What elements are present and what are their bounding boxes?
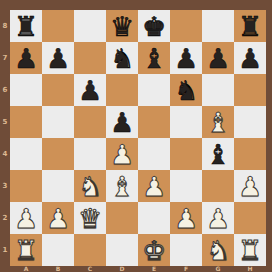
piece-black-knight[interactable]: ♞ [174, 77, 198, 104]
square-c2[interactable]: ♛ [74, 202, 106, 234]
rank-label-8: 8 [0, 10, 10, 42]
piece-black-pawn[interactable]: ♟ [174, 45, 198, 72]
rank-label-6: 6 [0, 74, 10, 106]
piece-black-pawn[interactable]: ♟ [238, 45, 262, 72]
square-e8[interactable]: ♚ [138, 10, 170, 42]
square-f6[interactable]: ♞ [170, 74, 202, 106]
square-h7[interactable]: ♟ [234, 42, 266, 74]
square-d1[interactable] [106, 234, 138, 266]
square-c5[interactable] [74, 106, 106, 138]
square-h8[interactable]: ♜ [234, 10, 266, 42]
square-e7[interactable]: ♝ [138, 42, 170, 74]
square-e5[interactable] [138, 106, 170, 138]
square-g5[interactable]: ♝ [202, 106, 234, 138]
square-h2[interactable] [234, 202, 266, 234]
chess-board: ♜♛♚♜♟♟♞♝♟♟♟♟♞♟♝♟♝♞♝♟♟♟♟♛♟♟♜♚♞♜ [10, 10, 266, 266]
piece-white-pawn[interactable]: ♟ [110, 141, 134, 168]
square-e6[interactable] [138, 74, 170, 106]
square-b1[interactable] [42, 234, 74, 266]
piece-black-bishop[interactable]: ♝ [206, 141, 230, 168]
piece-white-pawn[interactable]: ♟ [14, 205, 38, 232]
square-e3[interactable]: ♟ [138, 170, 170, 202]
rank-label-5: 5 [0, 106, 10, 138]
square-a4[interactable] [10, 138, 42, 170]
chess-board-frame: ♜♛♚♜♟♟♞♝♟♟♟♟♞♟♝♟♝♞♝♟♟♟♟♛♟♟♜♚♞♜ 87654321 … [0, 0, 272, 272]
file-label-h: H [234, 265, 266, 272]
piece-white-knight[interactable]: ♞ [78, 173, 102, 200]
piece-white-pawn[interactable]: ♟ [238, 173, 262, 200]
rank-label-3: 3 [0, 170, 10, 202]
piece-black-pawn[interactable]: ♟ [206, 45, 230, 72]
piece-white-pawn[interactable]: ♟ [174, 205, 198, 232]
square-h1[interactable]: ♜ [234, 234, 266, 266]
file-label-f: F [170, 265, 202, 272]
square-b8[interactable] [42, 10, 74, 42]
piece-white-bishop[interactable]: ♝ [110, 173, 134, 200]
rank-label-1: 1 [0, 234, 10, 266]
square-b2[interactable]: ♟ [42, 202, 74, 234]
square-g1[interactable]: ♞ [202, 234, 234, 266]
square-e2[interactable] [138, 202, 170, 234]
piece-white-rook[interactable]: ♜ [14, 237, 38, 264]
square-f3[interactable] [170, 170, 202, 202]
piece-white-pawn[interactable]: ♟ [206, 205, 230, 232]
square-b6[interactable] [42, 74, 74, 106]
square-d5[interactable]: ♟ [106, 106, 138, 138]
square-c8[interactable] [74, 10, 106, 42]
square-a1[interactable]: ♜ [10, 234, 42, 266]
square-g8[interactable] [202, 10, 234, 42]
piece-white-queen[interactable]: ♛ [78, 205, 102, 232]
square-g3[interactable] [202, 170, 234, 202]
piece-white-knight[interactable]: ♞ [206, 237, 230, 264]
piece-black-pawn[interactable]: ♟ [78, 77, 102, 104]
square-c4[interactable] [74, 138, 106, 170]
square-b7[interactable]: ♟ [42, 42, 74, 74]
square-d6[interactable] [106, 74, 138, 106]
square-h4[interactable] [234, 138, 266, 170]
square-b3[interactable] [42, 170, 74, 202]
file-label-c: C [74, 265, 106, 272]
square-g2[interactable]: ♟ [202, 202, 234, 234]
square-d3[interactable]: ♝ [106, 170, 138, 202]
square-a6[interactable] [10, 74, 42, 106]
square-f4[interactable] [170, 138, 202, 170]
piece-black-rook[interactable]: ♜ [14, 13, 38, 40]
square-c1[interactable] [74, 234, 106, 266]
piece-white-bishop[interactable]: ♝ [206, 109, 230, 136]
rank-label-7: 7 [0, 42, 10, 74]
piece-black-bishop[interactable]: ♝ [142, 45, 166, 72]
file-label-e: E [138, 265, 170, 272]
rank-label-4: 4 [0, 138, 10, 170]
file-label-g: G [202, 265, 234, 272]
piece-black-pawn[interactable]: ♟ [14, 45, 38, 72]
piece-black-pawn[interactable]: ♟ [46, 45, 70, 72]
square-e1[interactable]: ♚ [138, 234, 170, 266]
square-c6[interactable]: ♟ [74, 74, 106, 106]
square-h5[interactable] [234, 106, 266, 138]
square-d4[interactable]: ♟ [106, 138, 138, 170]
piece-black-rook[interactable]: ♜ [238, 13, 262, 40]
square-a3[interactable] [10, 170, 42, 202]
piece-white-rook[interactable]: ♜ [238, 237, 262, 264]
square-a2[interactable]: ♟ [10, 202, 42, 234]
piece-black-king[interactable]: ♚ [142, 13, 166, 40]
piece-white-king[interactable]: ♚ [142, 237, 166, 264]
square-c7[interactable] [74, 42, 106, 74]
square-d8[interactable]: ♛ [106, 10, 138, 42]
square-a5[interactable] [10, 106, 42, 138]
file-label-a: A [10, 265, 42, 272]
square-d2[interactable] [106, 202, 138, 234]
piece-white-pawn[interactable]: ♟ [46, 205, 70, 232]
square-h6[interactable] [234, 74, 266, 106]
square-h3[interactable]: ♟ [234, 170, 266, 202]
piece-white-pawn[interactable]: ♟ [142, 173, 166, 200]
file-label-d: D [106, 265, 138, 272]
square-a8[interactable]: ♜ [10, 10, 42, 42]
file-label-b: B [42, 265, 74, 272]
square-b4[interactable] [42, 138, 74, 170]
piece-black-knight[interactable]: ♞ [110, 45, 134, 72]
square-g4[interactable]: ♝ [202, 138, 234, 170]
square-a7[interactable]: ♟ [10, 42, 42, 74]
square-c3[interactable]: ♞ [74, 170, 106, 202]
square-f2[interactable]: ♟ [170, 202, 202, 234]
square-g7[interactable]: ♟ [202, 42, 234, 74]
square-g6[interactable] [202, 74, 234, 106]
square-e4[interactable] [138, 138, 170, 170]
piece-black-pawn[interactable]: ♟ [110, 109, 134, 136]
rank-label-2: 2 [0, 202, 10, 234]
square-f8[interactable] [170, 10, 202, 42]
square-d7[interactable]: ♞ [106, 42, 138, 74]
square-b5[interactable] [42, 106, 74, 138]
square-f7[interactable]: ♟ [170, 42, 202, 74]
square-f1[interactable] [170, 234, 202, 266]
piece-black-queen[interactable]: ♛ [110, 13, 134, 40]
square-f5[interactable] [170, 106, 202, 138]
